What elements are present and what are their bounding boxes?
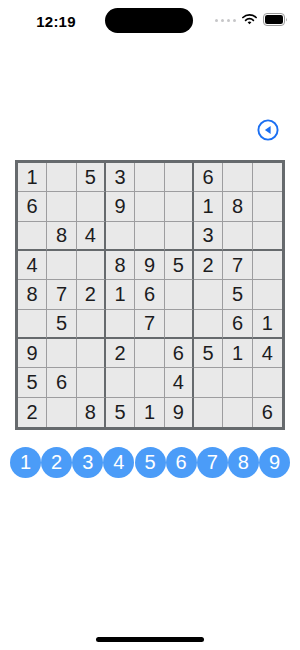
number-button-3[interactable]: 3 xyxy=(72,447,103,478)
status-time: 12:19 xyxy=(28,13,84,30)
sudoku-cell-r9c1[interactable]: 2 xyxy=(18,398,47,427)
sudoku-cell-r5c3[interactable]: 2 xyxy=(77,280,106,309)
sudoku-cell-r3c3[interactable]: 4 xyxy=(77,222,106,251)
sudoku-cell-r4c8[interactable]: 7 xyxy=(223,251,252,280)
wifi-icon xyxy=(241,12,258,30)
number-button-5[interactable]: 5 xyxy=(135,447,166,478)
sudoku-cell-r7c1[interactable]: 9 xyxy=(18,339,47,368)
sudoku-cell-r3c2[interactable]: 8 xyxy=(47,222,76,251)
sudoku-cell-r6c2[interactable]: 5 xyxy=(47,310,76,339)
sudoku-cell-r1c3[interactable]: 5 xyxy=(77,163,106,192)
sudoku-cell-r9c2[interactable] xyxy=(47,398,76,427)
sudoku-cell-r4c2[interactable] xyxy=(47,251,76,280)
sudoku-cell-r9c8[interactable] xyxy=(223,398,252,427)
sudoku-cell-r8c6[interactable]: 4 xyxy=(165,368,194,397)
home-indicator xyxy=(96,637,204,642)
sudoku-cell-r6c8[interactable]: 6 xyxy=(223,310,252,339)
sudoku-cell-r1c8[interactable] xyxy=(223,163,252,192)
sudoku-cell-r1c7[interactable]: 6 xyxy=(194,163,223,192)
sudoku-cell-r8c4[interactable] xyxy=(106,368,135,397)
sudoku-cell-r7c4[interactable]: 2 xyxy=(106,339,135,368)
sudoku-cell-r2c8[interactable]: 8 xyxy=(223,192,252,221)
sudoku-cell-r1c5[interactable] xyxy=(135,163,164,192)
sudoku-cell-r6c4[interactable] xyxy=(106,310,135,339)
sudoku-cell-r6c3[interactable] xyxy=(77,310,106,339)
sudoku-cell-r7c7[interactable]: 5 xyxy=(194,339,223,368)
number-button-6[interactable]: 6 xyxy=(166,447,197,478)
number-pad: 123456789 xyxy=(10,446,290,478)
sudoku-cell-r5c6[interactable] xyxy=(165,280,194,309)
sudoku-grid: 1536691884348952787216557619265145642851… xyxy=(15,160,285,430)
sudoku-cell-r7c3[interactable] xyxy=(77,339,106,368)
sudoku-cell-r3c7[interactable]: 3 xyxy=(194,222,223,251)
sudoku-cell-r2c7[interactable]: 1 xyxy=(194,192,223,221)
sudoku-cell-r5c4[interactable]: 1 xyxy=(106,280,135,309)
number-button-2[interactable]: 2 xyxy=(41,447,72,478)
sudoku-cell-r2c6[interactable] xyxy=(165,192,194,221)
number-button-1[interactable]: 1 xyxy=(10,447,41,478)
sudoku-cell-r9c7[interactable] xyxy=(194,398,223,427)
sudoku-cell-r8c2[interactable]: 6 xyxy=(47,368,76,397)
sudoku-cell-r5c8[interactable]: 5 xyxy=(223,280,252,309)
sudoku-cell-r5c2[interactable]: 7 xyxy=(47,280,76,309)
sudoku-cell-r6c7[interactable] xyxy=(194,310,223,339)
sudoku-cell-r4c7[interactable]: 2 xyxy=(194,251,223,280)
sudoku-cell-r8c9[interactable] xyxy=(253,368,282,397)
sudoku-cell-r5c7[interactable] xyxy=(194,280,223,309)
sudoku-cell-r9c5[interactable]: 1 xyxy=(135,398,164,427)
sudoku-cell-r7c9[interactable]: 4 xyxy=(253,339,282,368)
sudoku-cell-r3c1[interactable] xyxy=(18,222,47,251)
sudoku-cell-r2c9[interactable] xyxy=(253,192,282,221)
cellular-signal-icon xyxy=(215,19,236,24)
sudoku-cell-r1c1[interactable]: 1 xyxy=(18,163,47,192)
status-icons xyxy=(215,13,288,29)
status-bar: 12:19 xyxy=(0,0,300,44)
sudoku-cell-r9c9[interactable]: 6 xyxy=(253,398,282,427)
sudoku-cell-r3c6[interactable] xyxy=(165,222,194,251)
battery-icon xyxy=(263,12,288,30)
sudoku-cell-r3c9[interactable] xyxy=(253,222,282,251)
undo-button[interactable] xyxy=(256,118,280,142)
sudoku-cell-r1c6[interactable] xyxy=(165,163,194,192)
sudoku-cell-r4c9[interactable] xyxy=(253,251,282,280)
sudoku-cell-r5c5[interactable]: 6 xyxy=(135,280,164,309)
sudoku-cell-r2c2[interactable] xyxy=(47,192,76,221)
sudoku-cell-r3c5[interactable] xyxy=(135,222,164,251)
sudoku-cell-r4c5[interactable]: 9 xyxy=(135,251,164,280)
sudoku-cell-r2c1[interactable]: 6 xyxy=(18,192,47,221)
sudoku-cell-r9c4[interactable]: 5 xyxy=(106,398,135,427)
sudoku-cell-r7c8[interactable]: 1 xyxy=(223,339,252,368)
sudoku-cell-r2c5[interactable] xyxy=(135,192,164,221)
sudoku-cell-r5c1[interactable]: 8 xyxy=(18,280,47,309)
sudoku-cell-r9c3[interactable]: 8 xyxy=(77,398,106,427)
sudoku-cell-r4c3[interactable] xyxy=(77,251,106,280)
sudoku-cell-r5c9[interactable] xyxy=(253,280,282,309)
number-button-8[interactable]: 8 xyxy=(228,447,259,478)
sudoku-cell-r4c6[interactable]: 5 xyxy=(165,251,194,280)
sudoku-cell-r3c4[interactable] xyxy=(106,222,135,251)
sudoku-cell-r6c6[interactable] xyxy=(165,310,194,339)
number-button-7[interactable]: 7 xyxy=(197,447,228,478)
sudoku-cell-r2c3[interactable] xyxy=(77,192,106,221)
sudoku-cell-r8c7[interactable] xyxy=(194,368,223,397)
sudoku-cell-r8c8[interactable] xyxy=(223,368,252,397)
sudoku-cell-r7c5[interactable] xyxy=(135,339,164,368)
dynamic-island xyxy=(105,8,193,33)
sudoku-cell-r3c8[interactable] xyxy=(223,222,252,251)
sudoku-cell-r8c1[interactable]: 5 xyxy=(18,368,47,397)
sudoku-cell-r8c5[interactable] xyxy=(135,368,164,397)
sudoku-cell-r1c9[interactable] xyxy=(253,163,282,192)
sudoku-cell-r6c1[interactable] xyxy=(18,310,47,339)
sudoku-cell-r4c4[interactable]: 8 xyxy=(106,251,135,280)
sudoku-cell-r7c2[interactable] xyxy=(47,339,76,368)
sudoku-cell-r6c9[interactable]: 1 xyxy=(253,310,282,339)
sudoku-cell-r9c6[interactable]: 9 xyxy=(165,398,194,427)
sudoku-cell-r6c5[interactable]: 7 xyxy=(135,310,164,339)
sudoku-cell-r2c4[interactable]: 9 xyxy=(106,192,135,221)
number-button-4[interactable]: 4 xyxy=(103,447,134,478)
sudoku-cell-r1c4[interactable]: 3 xyxy=(106,163,135,192)
number-button-9[interactable]: 9 xyxy=(259,447,290,478)
sudoku-cell-r7c6[interactable]: 6 xyxy=(165,339,194,368)
sudoku-cell-r1c2[interactable] xyxy=(47,163,76,192)
sudoku-cell-r8c3[interactable] xyxy=(77,368,106,397)
sudoku-cell-r4c1[interactable]: 4 xyxy=(18,251,47,280)
